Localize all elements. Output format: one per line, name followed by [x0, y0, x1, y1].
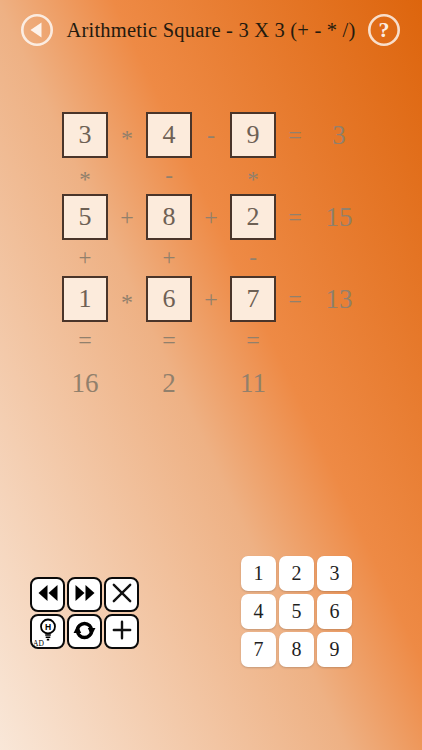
keypad-key-2[interactable]: 2 — [279, 556, 314, 591]
puzzle-cell-r1c3[interactable]: 9 — [230, 112, 276, 158]
col-operator-c3-2: - — [230, 240, 276, 276]
row-operator-r2-2: + — [192, 194, 230, 240]
keypad-key-5[interactable]: 5 — [279, 594, 314, 629]
equals-sign-col3: = — [230, 322, 276, 358]
row-operator-r3-1: * — [108, 276, 146, 322]
keypad-key-6[interactable]: 6 — [317, 594, 352, 629]
keypad-key-1[interactable]: 1 — [241, 556, 276, 591]
app-screen: Arithmetic Square - 3 X 3 (+ - * /) ? 3 … — [0, 0, 422, 750]
svg-text:H: H — [44, 621, 50, 631]
back-button[interactable] — [20, 13, 54, 47]
keypad-key-9[interactable]: 9 — [317, 632, 352, 667]
refresh-icon — [72, 618, 97, 646]
puzzle-cell-r1c2[interactable]: 4 — [146, 112, 192, 158]
refresh-button[interactable] — [67, 614, 102, 649]
fast-forward-button[interactable] — [67, 577, 102, 612]
row-operator-r2-1: + — [108, 194, 146, 240]
col-operator-c2-1: - — [146, 158, 192, 194]
col-operator-c1-1: * — [62, 158, 108, 194]
row-operator-r1-1: * — [108, 112, 146, 158]
equals-sign-col1: = — [62, 322, 108, 358]
puzzle-cell-r3c3[interactable]: 7 — [230, 276, 276, 322]
row-target-3: 13 — [314, 276, 364, 322]
keypad-key-4[interactable]: 4 — [241, 594, 276, 629]
row-operator-r3-2: + — [192, 276, 230, 322]
add-button[interactable] — [104, 614, 139, 649]
svg-text:?: ? — [379, 17, 390, 42]
keypad-key-3[interactable]: 3 — [317, 556, 352, 591]
close-button[interactable] — [104, 577, 139, 612]
equals-sign-row2: = — [276, 194, 314, 240]
equals-sign-row1: = — [276, 112, 314, 158]
col-target-3: 11 — [230, 358, 276, 408]
row-target-2: 15 — [314, 194, 364, 240]
help-button[interactable]: ? — [367, 13, 401, 47]
hint-button[interactable]: H AD — [30, 614, 65, 649]
rewind-button[interactable] — [30, 577, 65, 612]
puzzle-cell-r3c2[interactable]: 6 — [146, 276, 192, 322]
puzzle-cell-r2c1[interactable]: 5 — [62, 194, 108, 240]
col-target-2: 2 — [146, 358, 192, 408]
close-icon — [110, 581, 134, 608]
equals-sign-col2: = — [146, 322, 192, 358]
col-target-1: 16 — [62, 358, 108, 408]
puzzle-cell-r3c1[interactable]: 1 — [62, 276, 108, 322]
keypad-key-7[interactable]: 7 — [241, 632, 276, 667]
keypad-key-8[interactable]: 8 — [279, 632, 314, 667]
page-title: Arithmetic Square - 3 X 3 (+ - * /) — [60, 0, 362, 60]
puzzle-cell-r1c1[interactable]: 3 — [62, 112, 108, 158]
col-operator-c1-2: + — [62, 240, 108, 276]
arithmetic-square-board: 3 * 4 - 9 = 3 * - * 5 + 8 + 2 = 15 + + -… — [62, 112, 364, 408]
fast-forward-icon — [73, 582, 97, 607]
question-mark-icon: ? — [367, 35, 401, 50]
number-keypad: 1 2 3 4 5 6 7 8 9 — [241, 556, 352, 667]
col-operator-c3-1: * — [230, 158, 276, 194]
row-target-1: 3 — [314, 112, 364, 158]
rewind-icon — [36, 582, 60, 607]
control-button-panel: H AD — [30, 577, 139, 649]
equals-sign-row3: = — [276, 276, 314, 322]
plus-icon — [110, 618, 134, 645]
hint-ad-badge: AD — [33, 639, 44, 648]
header-bar: Arithmetic Square - 3 X 3 (+ - * /) ? — [0, 0, 422, 60]
col-operator-c2-2: + — [146, 240, 192, 276]
puzzle-cell-r2c2[interactable]: 8 — [146, 194, 192, 240]
row-operator-r1-2: - — [192, 112, 230, 158]
back-arrow-icon — [20, 35, 54, 50]
puzzle-cell-r2c3[interactable]: 2 — [230, 194, 276, 240]
